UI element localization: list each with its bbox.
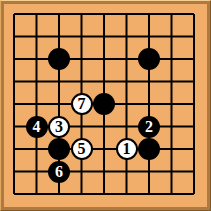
go-board: 7432516 [0, 0, 211, 211]
stone-black-move-2[interactable]: 2 [138, 116, 160, 138]
stone-white-move-3[interactable]: 3 [48, 116, 70, 138]
stone-white-move-5[interactable]: 5 [71, 138, 93, 160]
stone-black-c7[interactable] [48, 48, 70, 70]
stone-white-move-7[interactable]: 7 [71, 93, 93, 115]
stone-black-move-4[interactable]: 4 [26, 116, 48, 138]
stones-layer: 7432516 [13, 13, 195, 195]
stone-white-move-1[interactable]: 1 [116, 138, 138, 160]
stone-black-g7[interactable] [138, 48, 160, 70]
board-surface[interactable]: 7432516 [4, 4, 207, 207]
stone-black-e5[interactable] [93, 93, 115, 115]
stone-black-c3[interactable] [48, 138, 70, 160]
stone-black-move-6[interactable]: 6 [48, 161, 70, 183]
stone-black-g3[interactable] [138, 138, 160, 160]
